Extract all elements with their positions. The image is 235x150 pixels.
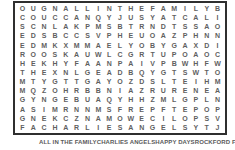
grid-cell-r6c7[interactable]: U [82, 50, 93, 59]
grid-cell-r7c14[interactable]: P [158, 59, 169, 68]
grid-cell-r12c11[interactable]: R [125, 105, 136, 114]
grid-cell-r4c1[interactable]: E [17, 31, 28, 40]
grid-cell-r7c12[interactable]: I [136, 59, 147, 68]
grid-cell-r13c16[interactable]: O [180, 114, 191, 123]
grid-cell-r9c11[interactable]: Z [125, 77, 136, 86]
grid-cell-r5c19[interactable]: I [212, 41, 223, 50]
grid-cell-r6c16[interactable]: O [180, 50, 191, 59]
grid-cell-r8c5[interactable]: N [60, 68, 71, 77]
grid-cell-r14c5[interactable]: A [60, 123, 71, 132]
grid-cell-r13c5[interactable]: C [60, 114, 71, 123]
grid-cell-r10c6[interactable]: R [71, 86, 82, 95]
grid-cell-r13c18[interactable]: S [201, 114, 212, 123]
grid-cell-r2c3[interactable]: U [39, 13, 50, 22]
grid-cell-r6c1[interactable]: R [17, 50, 28, 59]
grid-cell-r1c4[interactable]: N [50, 4, 61, 13]
grid-cell-r3c1[interactable]: S [17, 22, 28, 31]
grid-cell-r7c5[interactable]: Y [60, 59, 71, 68]
grid-cell-r1c16[interactable]: I [180, 4, 191, 13]
grid-cell-r12c2[interactable]: S [28, 105, 39, 114]
grid-cell-r3c8[interactable]: M [93, 22, 104, 31]
grid-cell-r4c19[interactable]: N [212, 31, 223, 40]
grid-cell-r4c9[interactable]: P [104, 31, 115, 40]
grid-cell-r13c10[interactable]: O [115, 114, 126, 123]
grid-cell-r1c13[interactable]: F [147, 4, 158, 13]
grid-cell-r2c2[interactable]: O [28, 13, 39, 22]
grid-cell-r11c1[interactable]: G [17, 95, 28, 104]
grid-cell-r6c18[interactable]: O [201, 50, 212, 59]
grid-cell-r8c14[interactable]: G [158, 68, 169, 77]
grid-cell-r5c14[interactable]: Y [158, 41, 169, 50]
grid-cell-r9c19[interactable]: M [212, 77, 223, 86]
grid-cell-r13c9[interactable]: M [104, 114, 115, 123]
grid-cell-r8c8[interactable]: E [93, 68, 104, 77]
grid-cell-r11c11[interactable]: H [125, 95, 136, 104]
grid-cell-r2c10[interactable]: J [115, 13, 126, 22]
grid-cell-r11c19[interactable]: N [212, 95, 223, 104]
grid-cell-r13c12[interactable]: E [136, 114, 147, 123]
grid-cell-r1c2[interactable]: U [28, 4, 39, 13]
grid-cell-r14c2[interactable]: A [28, 123, 39, 132]
grid-cell-r7c17[interactable]: H [190, 59, 201, 68]
grid-cell-r13c19[interactable]: V [212, 114, 223, 123]
grid-cell-r10c19[interactable]: A [212, 86, 223, 95]
grid-cell-r4c16[interactable]: P [180, 31, 191, 40]
grid-cell-r14c13[interactable]: G [147, 123, 158, 132]
grid-cell-r1c5[interactable]: A [60, 4, 71, 13]
grid-cell-r8c9[interactable]: A [104, 68, 115, 77]
grid-cell-r10c11[interactable]: A [125, 86, 136, 95]
grid-cell-r12c15[interactable]: T [169, 105, 180, 114]
grid-cell-r8c2[interactable]: H [28, 68, 39, 77]
grid-cell-r10c4[interactable]: O [50, 86, 61, 95]
grid-cell-r4c14[interactable]: A [158, 31, 169, 40]
grid-cell-r5c7[interactable]: M [82, 41, 93, 50]
grid-cell-r6c3[interactable]: O [39, 50, 50, 59]
grid-cell-r11c2[interactable]: Y [28, 95, 39, 104]
grid-cell-r12c10[interactable]: F [115, 105, 126, 114]
grid-cell-r5c11[interactable]: Y [125, 41, 136, 50]
grid-cell-r11c9[interactable]: Q [104, 95, 115, 104]
grid-cell-r2c4[interactable]: C [50, 13, 61, 22]
grid-cell-r7c15[interactable]: B [169, 59, 180, 68]
grid-cell-r8c18[interactable]: T [201, 68, 212, 77]
grid-cell-r3c3[interactable]: N [39, 22, 50, 31]
grid-cell-r13c3[interactable]: E [39, 114, 50, 123]
grid-cell-r5c3[interactable]: M [39, 41, 50, 50]
grid-cell-r1c11[interactable]: H [125, 4, 136, 13]
grid-cell-r9c12[interactable]: D [136, 77, 147, 86]
grid-cell-r6c5[interactable]: K [60, 50, 71, 59]
grid-cell-r10c2[interactable]: Q [28, 86, 39, 95]
grid-cell-r2c19[interactable]: I [212, 13, 223, 22]
grid-cell-r9c17[interactable]: I [190, 77, 201, 86]
grid-cell-r4c12[interactable]: U [136, 31, 147, 40]
grid-cell-r3c15[interactable]: T [169, 22, 180, 31]
grid-cell-r2c17[interactable]: A [190, 13, 201, 22]
grid-cell-r7c9[interactable]: N [104, 59, 115, 68]
grid-cell-r2c6[interactable]: A [71, 13, 82, 22]
grid-cell-r8c19[interactable]: O [212, 68, 223, 77]
grid-cell-r5c2[interactable]: D [28, 41, 39, 50]
grid-cell-r2c13[interactable]: Y [147, 13, 158, 22]
grid-cell-r3c7[interactable]: P [82, 22, 93, 31]
grid-cell-r7c4[interactable]: H [50, 59, 61, 68]
grid-cell-r14c14[interactable]: E [158, 123, 169, 132]
grid-cell-r12c12[interactable]: E [136, 105, 147, 114]
grid-cell-r12c18[interactable]: O [201, 105, 212, 114]
grid-cell-r2c12[interactable]: S [136, 13, 147, 22]
grid-cell-r4c10[interactable]: H [115, 31, 126, 40]
grid-cell-r4c7[interactable]: S [82, 31, 93, 40]
grid-cell-r9c4[interactable]: G [50, 77, 61, 86]
grid-cell-r8c11[interactable]: B [125, 68, 136, 77]
grid-cell-r3c18[interactable]: A [201, 22, 212, 31]
grid-cell-r10c8[interactable]: B [93, 86, 104, 95]
grid-cell-r14c7[interactable]: L [82, 123, 93, 132]
grid-cell-r10c5[interactable]: H [60, 86, 71, 95]
grid-cell-r11c18[interactable]: L [201, 95, 212, 104]
grid-cell-r7c16[interactable]: W [180, 59, 191, 68]
grid-cell-r13c1[interactable]: G [17, 114, 28, 123]
grid-cell-r12c9[interactable]: S [104, 105, 115, 114]
grid-cell-r6c15[interactable]: P [169, 50, 180, 59]
grid-cell-r2c1[interactable]: C [17, 13, 28, 22]
word-list-item-rockford-files: ROCKFORD FILES [195, 139, 235, 145]
grid-cell-r1c15[interactable]: M [169, 4, 180, 13]
grid-cell-r8c6[interactable]: L [71, 68, 82, 77]
grid-cell-r14c4[interactable]: H [50, 123, 61, 132]
grid-cell-r6c9[interactable]: L [104, 50, 115, 59]
word-list-item-all-in-the-family: ALL IN THE FAMILY [39, 139, 97, 145]
grid-cell-r6c2[interactable]: O [28, 50, 39, 59]
grid-cell-r14c17[interactable]: Y [190, 123, 201, 132]
grid-cell-r13c6[interactable]: Z [71, 114, 82, 123]
grid-cell-r12c14[interactable]: F [158, 105, 169, 114]
grid-cell-r7c6[interactable]: F [71, 59, 82, 68]
grid-cell-r12c4[interactable]: M [50, 105, 61, 114]
grid-cell-r10c14[interactable]: U [158, 86, 169, 95]
grid-cell-r9c10[interactable]: O [115, 77, 126, 86]
grid-cell-r1c8[interactable]: I [93, 4, 104, 13]
grid-cell-r3c11[interactable]: T [125, 22, 136, 31]
grid-cell-r11c5[interactable]: E [60, 95, 71, 104]
grid-cell-r13c17[interactable]: P [190, 114, 201, 123]
grid-cell-r6c11[interactable]: G [125, 50, 136, 59]
grid-cell-r10c3[interactable]: Z [39, 86, 50, 95]
grid-cell-r13c7[interactable]: N [82, 114, 93, 123]
grid-cell-r6c17[interactable]: A [190, 50, 201, 59]
grid-cell-r14c8[interactable]: I [93, 123, 104, 132]
grid-cell-r5c17[interactable]: X [190, 41, 201, 50]
grid-cell-r14c11[interactable]: A [125, 123, 136, 132]
grid-cell-r9c2[interactable]: T [28, 77, 39, 86]
grid-cell-r3c19[interactable]: O [212, 22, 223, 31]
grid-cell-r1c6[interactable]: L [71, 4, 82, 13]
grid-cell-r4c15[interactable]: Z [169, 31, 180, 40]
grid-cell-r4c17[interactable]: H [190, 31, 201, 40]
grid-cell-r1c17[interactable]: L [190, 4, 201, 13]
grid-cell-r2c5[interactable]: C [60, 13, 71, 22]
grid-cell-r13c15[interactable]: L [169, 114, 180, 123]
grid-cell-r14c15[interactable]: L [169, 123, 180, 132]
grid-cell-r14c12[interactable]: N [136, 123, 147, 132]
grid-cell-r12c7[interactable]: N [82, 105, 93, 114]
grid-cell-r11c17[interactable]: P [190, 95, 201, 104]
grid-cell-r5c6[interactable]: M [71, 41, 82, 50]
grid-cell-r9c3[interactable]: Y [39, 77, 50, 86]
grid-cell-r14c3[interactable]: C [39, 123, 50, 132]
grid-cell-r14c1[interactable]: F [17, 123, 28, 132]
grid-cell-r14c19[interactable]: J [212, 123, 223, 132]
grid-cell-r3c6[interactable]: K [71, 22, 82, 31]
grid-cell-r11c6[interactable]: B [71, 95, 82, 104]
grid-cell-r9c9[interactable]: Y [104, 77, 115, 86]
grid-cell-r6c19[interactable]: C [212, 50, 223, 59]
grid-cell-r2c16[interactable]: C [180, 13, 191, 22]
grid-cell-r5c12[interactable]: O [136, 41, 147, 50]
word-search-grid: OUGNALLINTHEFAMILYBCOUCCANQYJUSYATCALISC… [13, 1, 227, 135]
grid-cell-r5c10[interactable]: L [115, 41, 126, 50]
grid-cell-r11c10[interactable]: Y [115, 95, 126, 104]
grid-cell-r11c14[interactable]: M [158, 95, 169, 104]
grid-cell-r6c6[interactable]: A [71, 50, 82, 59]
grid-cell-r9c15[interactable]: T [169, 77, 180, 86]
grid-cell-r6c4[interactable]: S [50, 50, 61, 59]
grid-cell-r9c13[interactable]: S [147, 77, 158, 86]
grid-cell-r5c15[interactable]: G [169, 41, 180, 50]
grid-cell-r7c1[interactable]: H [17, 59, 28, 68]
grid-cell-r7c7[interactable]: A [82, 59, 93, 68]
grid-cell-r4c4[interactable]: B [50, 31, 61, 40]
grid-cell-r7c10[interactable]: P [115, 59, 126, 68]
grid-cell-r5c5[interactable]: X [60, 41, 71, 50]
grid-cell-r9c7[interactable]: G [82, 77, 93, 86]
grid-cell-r7c11[interactable]: A [125, 59, 136, 68]
grid-cell-r5c4[interactable]: K [50, 41, 61, 50]
grid-cell-r9c8[interactable]: A [93, 77, 104, 86]
grid-cell-r7c2[interactable]: E [28, 59, 39, 68]
grid-cell-r9c18[interactable]: H [201, 77, 212, 86]
grid-cell-r13c14[interactable]: I [158, 114, 169, 123]
grid-cell-r5c1[interactable]: E [17, 41, 28, 50]
grid-cell-r10c17[interactable]: N [190, 86, 201, 95]
grid-cell-r9c5[interactable]: T [60, 77, 71, 86]
grid-cell-r4c6[interactable]: C [71, 31, 82, 40]
grid-cell-r3c5[interactable]: A [60, 22, 71, 31]
grid-cell-r4c8[interactable]: V [93, 31, 104, 40]
word-list-item-charlies-angels: CHARLIES ANGELS [97, 139, 156, 145]
grid-cell-r6c8[interactable]: W [93, 50, 104, 59]
grid-cell-r4c3[interactable]: S [39, 31, 50, 40]
grid-cell-r2c18[interactable]: L [201, 13, 212, 22]
grid-cell-r7c3[interactable]: K [39, 59, 50, 68]
grid-cell-r10c9[interactable]: N [104, 86, 115, 95]
grid-cell-r1c7[interactable]: L [82, 4, 93, 13]
grid-cell-r1c14[interactable]: A [158, 4, 169, 13]
grid-cell-r4c2[interactable]: D [28, 31, 39, 40]
grid-cell-r13c8[interactable]: A [93, 114, 104, 123]
grid-cell-r11c16[interactable]: G [180, 95, 191, 104]
grid-cell-r3c14[interactable]: D [158, 22, 169, 31]
grid-cell-r13c13[interactable]: C [147, 114, 158, 123]
grid-cell-r7c18[interactable]: F [201, 59, 212, 68]
grid-cell-r5c16[interactable]: A [180, 41, 191, 50]
grid-cell-r8c17[interactable]: W [190, 68, 201, 77]
grid-cell-r3c13[interactable]: N [147, 22, 158, 31]
grid-cell-r11c4[interactable]: G [50, 95, 61, 104]
grid-cell-r6c14[interactable]: U [158, 50, 169, 59]
grid-cell-r2c15[interactable]: T [169, 13, 180, 22]
grid-cell-r7c13[interactable]: V [147, 59, 158, 68]
grid-cell-r8c3[interactable]: E [39, 68, 50, 77]
grid-cell-r5c8[interactable]: A [93, 41, 104, 50]
grid-cell-r14c6[interactable]: R [71, 123, 82, 132]
grid-cell-r2c7[interactable]: N [82, 13, 93, 22]
grid-cell-r12c16[interactable]: E [180, 105, 191, 114]
grid-cell-r8c13[interactable]: Y [147, 68, 158, 77]
grid-cell-r14c16[interactable]: S [180, 123, 191, 132]
grid-cell-r10c18[interactable]: E [201, 86, 212, 95]
grid-cell-r10c15[interactable]: R [169, 86, 180, 95]
grid-cell-r1c18[interactable]: Y [201, 4, 212, 13]
grid-cell-r10c1[interactable]: M [17, 86, 28, 95]
grid-cell-r13c11[interactable]: W [125, 114, 136, 123]
grid-cell-r11c13[interactable]: Z [147, 95, 158, 104]
grid-cell-r5c18[interactable]: D [201, 41, 212, 50]
grid-cell-r12c3[interactable]: I [39, 105, 50, 114]
grid-cell-r11c3[interactable]: N [39, 95, 50, 104]
grid-cell-r3c10[interactable]: B [115, 22, 126, 31]
grid-cell-r4c18[interactable]: N [201, 31, 212, 40]
grid-cell-r3c16[interactable]: S [180, 22, 191, 31]
grid-cell-r10c10[interactable]: I [115, 86, 126, 95]
grid-cell-r11c7[interactable]: U [82, 95, 93, 104]
grid-cell-r11c12[interactable]: H [136, 95, 147, 104]
grid-cell-r9c1[interactable]: M [17, 77, 28, 86]
grid-cell-r11c8[interactable]: A [93, 95, 104, 104]
grid-cell-r6c10[interactable]: C [115, 50, 126, 59]
grid-cell-r10c13[interactable]: R [147, 86, 158, 95]
grid-cell-r10c7[interactable]: B [82, 86, 93, 95]
grid-cell-r3c12[interactable]: R [136, 22, 147, 31]
grid-cell-r3c17[interactable]: S [190, 22, 201, 31]
grid-cell-r3c2[interactable]: C [28, 22, 39, 31]
grid-cell-r4c11[interactable]: E [125, 31, 136, 40]
grid-cell-r7c8[interactable]: A [93, 59, 104, 68]
grid-cell-r2c8[interactable]: Q [93, 13, 104, 22]
grid-cell-r12c6[interactable]: N [71, 105, 82, 114]
grid-cell-r12c13[interactable]: P [147, 105, 158, 114]
word-list: ALL IN THE FAMILY CHARLIES ANGELS HAPPY … [13, 139, 231, 145]
grid-cell-r1c19[interactable]: B [212, 4, 223, 13]
grid-cell-r6c12[interactable]: R [136, 50, 147, 59]
grid-cell-r9c6[interactable]: T [71, 77, 82, 86]
grid-cell-r2c14[interactable]: A [158, 13, 169, 22]
grid-cell-r9c14[interactable]: L [158, 77, 169, 86]
grid-cell-r8c4[interactable]: X [50, 68, 61, 77]
grid-cell-r12c17[interactable]: P [190, 105, 201, 114]
word-list-item-happy-days: HAPPY DAYS [155, 139, 194, 145]
grid-cell-r5c13[interactable]: B [147, 41, 158, 50]
grid-cell-r1c10[interactable]: T [115, 4, 126, 13]
grid-cell-r7c19[interactable]: W [212, 59, 223, 68]
grid-cell-r12c19[interactable]: P [212, 105, 223, 114]
grid-cell-r1c12[interactable]: E [136, 4, 147, 13]
grid-cell-r1c3[interactable]: G [39, 4, 50, 13]
grid-cell-r10c12[interactable]: Z [136, 86, 147, 95]
grid-cell-r8c16[interactable]: S [180, 68, 191, 77]
grid-cell-r13c4[interactable]: K [50, 114, 61, 123]
grid-cell-r12c1[interactable]: A [17, 105, 28, 114]
grid-cell-r10c16[interactable]: E [180, 86, 191, 95]
grid-cell-r3c4[interactable]: L [50, 22, 61, 31]
grid-cell-r1c1[interactable]: O [17, 4, 28, 13]
grid-cell-r3c9[interactable]: S [104, 22, 115, 31]
grid-cell-r12c5[interactable]: R [60, 105, 71, 114]
grid-cell-r14c10[interactable]: S [115, 123, 126, 132]
grid-cell-r12c8[interactable]: M [93, 105, 104, 114]
grid-cell-r8c12[interactable]: Q [136, 68, 147, 77]
grid-cell-r2c11[interactable]: U [125, 13, 136, 22]
grid-cell-r14c18[interactable]: T [201, 123, 212, 132]
grid-cell-r8c7[interactable]: G [82, 68, 93, 77]
grid-cell-r14c9[interactable]: E [104, 123, 115, 132]
grid-cell-r4c5[interactable]: C [60, 31, 71, 40]
grid-cell-r11c15[interactable]: L [169, 95, 180, 104]
grid-cell-r8c15[interactable]: T [169, 68, 180, 77]
grid-cell-r8c1[interactable]: T [17, 68, 28, 77]
grid-cell-r6c13[interactable]: T [147, 50, 158, 59]
grid-cell-r1c9[interactable]: N [104, 4, 115, 13]
grid-cell-r9c16[interactable]: E [180, 77, 191, 86]
grid-cell-r13c2[interactable]: N [28, 114, 39, 123]
grid-cell-r2c9[interactable]: Y [104, 13, 115, 22]
grid-cell-r4c13[interactable]: O [147, 31, 158, 40]
grid-cell-r8c10[interactable]: D [115, 68, 126, 77]
grid-cell-r5c9[interactable]: E [104, 41, 115, 50]
